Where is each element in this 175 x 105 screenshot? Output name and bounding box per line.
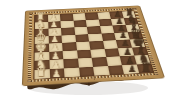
board-square <box>34 69 49 79</box>
board-square <box>136 63 153 73</box>
board-square <box>49 68 64 78</box>
board-square <box>64 67 80 77</box>
mosaic-inlay-left <box>28 13 33 83</box>
board-frame: ♜♞♝♛♚♝♞♜♟♟♟♟♟♟♟♟♟♟♟♟♟♟♟♟♜♞♝♛♚♝♞♜ <box>22 6 165 87</box>
board-squares <box>33 10 154 79</box>
chess-board: ♜♞♝♛♚♝♞♜♟♟♟♟♟♟♟♟♟♟♟♟♟♟♟♟♜♞♝♛♚♝♞♜ <box>22 6 165 87</box>
chess-set-photo: ♜♞♝♛♚♝♞♜♟♟♟♟♟♟♟♟♟♟♟♟♟♟♟♟♜♞♝♛♚♝♞♜ <box>0 0 175 105</box>
board-square <box>78 66 94 76</box>
